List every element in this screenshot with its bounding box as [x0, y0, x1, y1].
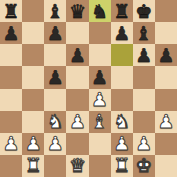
square-h5[interactable]	[155, 66, 177, 88]
square-c4[interactable]	[44, 89, 66, 111]
square-h3[interactable]: ♟	[155, 111, 177, 133]
piece-white-pawn[interactable]: ♟	[113, 134, 130, 153]
square-e3[interactable]: ♝	[89, 111, 111, 133]
square-e1[interactable]	[89, 155, 111, 177]
square-h6[interactable]: ♟	[155, 44, 177, 66]
piece-black-bishop[interactable]: ♝	[135, 23, 152, 42]
square-d7[interactable]	[66, 22, 88, 44]
square-a8[interactable]: ♜	[0, 0, 22, 22]
square-a2[interactable]: ♟	[0, 133, 22, 155]
square-a4[interactable]	[0, 89, 22, 111]
square-g3[interactable]	[133, 111, 155, 133]
square-f1[interactable]: ♜	[111, 155, 133, 177]
piece-white-pawn[interactable]: ♟	[3, 134, 20, 153]
square-f7[interactable]: ♟	[111, 22, 133, 44]
square-h8[interactable]	[155, 0, 177, 22]
square-a3[interactable]	[0, 111, 22, 133]
piece-black-king[interactable]: ♚	[135, 1, 152, 20]
piece-black-pawn[interactable]: ♟	[157, 45, 174, 64]
square-f6[interactable]	[111, 44, 133, 66]
piece-black-pawn[interactable]: ♟	[47, 67, 64, 86]
square-d5[interactable]	[66, 66, 88, 88]
square-e5[interactable]: ♟	[89, 66, 111, 88]
piece-black-pawn[interactable]: ♟	[69, 45, 86, 64]
square-b4[interactable]	[22, 89, 44, 111]
square-b1[interactable]: ♜	[22, 155, 44, 177]
square-h7[interactable]	[155, 22, 177, 44]
square-a7[interactable]: ♟	[0, 22, 22, 44]
piece-black-bishop[interactable]: ♝	[47, 1, 64, 20]
square-e2[interactable]	[89, 133, 111, 155]
square-g5[interactable]	[133, 66, 155, 88]
square-c7[interactable]: ♟	[44, 22, 66, 44]
piece-black-rook[interactable]: ♜	[3, 1, 20, 20]
square-d8[interactable]: ♛	[66, 0, 88, 22]
piece-white-pawn[interactable]: ♟	[47, 134, 64, 153]
piece-white-pawn[interactable]: ♟	[135, 134, 152, 153]
square-e6[interactable]	[89, 44, 111, 66]
square-b3[interactable]	[22, 111, 44, 133]
square-c2[interactable]: ♟	[44, 133, 66, 155]
square-b2[interactable]: ♟	[22, 133, 44, 155]
square-c6[interactable]	[44, 44, 66, 66]
piece-white-king[interactable]: ♚	[135, 156, 152, 175]
piece-white-pawn[interactable]: ♟	[25, 134, 42, 153]
square-g1[interactable]: ♚	[133, 155, 155, 177]
square-d4[interactable]	[66, 89, 88, 111]
square-g8[interactable]: ♚	[133, 0, 155, 22]
piece-black-pawn[interactable]: ♟	[3, 23, 20, 42]
piece-black-rook[interactable]: ♜	[113, 1, 130, 20]
piece-white-rook[interactable]: ♜	[113, 156, 130, 175]
square-f3[interactable]: ♞	[111, 111, 133, 133]
piece-white-knight[interactable]: ♞	[47, 112, 64, 131]
square-c8[interactable]: ♝	[44, 0, 66, 22]
square-g7[interactable]: ♝	[133, 22, 155, 44]
square-c1[interactable]	[44, 155, 66, 177]
square-e4[interactable]: ♟	[89, 89, 111, 111]
square-d1[interactable]: ♛	[66, 155, 88, 177]
piece-black-pawn[interactable]: ♟	[135, 45, 152, 64]
square-b5[interactable]	[22, 66, 44, 88]
piece-white-queen[interactable]: ♛	[69, 156, 86, 175]
square-e8[interactable]: ♞	[89, 0, 111, 22]
square-g6[interactable]: ♟	[133, 44, 155, 66]
square-f2[interactable]: ♟	[111, 133, 133, 155]
piece-black-pawn[interactable]: ♟	[47, 23, 64, 42]
piece-black-queen[interactable]: ♛	[69, 1, 86, 20]
square-h1[interactable]	[155, 155, 177, 177]
square-a5[interactable]	[0, 66, 22, 88]
piece-white-pawn[interactable]: ♟	[157, 112, 174, 131]
square-g4[interactable]	[133, 89, 155, 111]
square-a1[interactable]	[0, 155, 22, 177]
piece-black-pawn[interactable]: ♟	[91, 67, 108, 86]
square-f4[interactable]	[111, 89, 133, 111]
square-h2[interactable]	[155, 133, 177, 155]
chess-board: ♜♝♛♞♜♚♟♟♟♝♟♟♟♟♟♟♞♟♝♞♟♟♟♟♟♟♜♛♜♚	[0, 0, 177, 177]
piece-white-rook[interactable]: ♜	[25, 156, 42, 175]
square-b7[interactable]	[22, 22, 44, 44]
piece-black-pawn[interactable]: ♟	[113, 23, 130, 42]
piece-white-pawn[interactable]: ♟	[91, 90, 108, 109]
square-f8[interactable]: ♜	[111, 0, 133, 22]
square-d3[interactable]: ♟	[66, 111, 88, 133]
square-b8[interactable]	[22, 0, 44, 22]
square-e7[interactable]	[89, 22, 111, 44]
piece-white-bishop[interactable]: ♝	[91, 112, 108, 131]
square-a6[interactable]	[0, 44, 22, 66]
board-wrap: ♜♝♛♞♜♚♟♟♟♝♟♟♟♟♟♟♞♟♝♞♟♟♟♟♟♟♜♛♜♚	[0, 0, 177, 177]
square-f5[interactable]	[111, 66, 133, 88]
piece-white-knight[interactable]: ♞	[113, 112, 130, 131]
square-b6[interactable]	[22, 44, 44, 66]
square-d6[interactable]: ♟	[66, 44, 88, 66]
piece-black-knight[interactable]: ♞	[91, 1, 108, 20]
square-g2[interactable]: ♟	[133, 133, 155, 155]
square-d2[interactable]	[66, 133, 88, 155]
square-h4[interactable]	[155, 89, 177, 111]
square-c5[interactable]: ♟	[44, 66, 66, 88]
piece-white-pawn[interactable]: ♟	[69, 112, 86, 131]
square-c3[interactable]: ♞	[44, 111, 66, 133]
